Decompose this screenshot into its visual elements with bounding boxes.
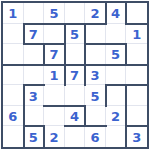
region-border-vertical (23, 84, 25, 107)
cell-r1c7[interactable] (126, 3, 147, 24)
cell-r2c5[interactable] (85, 24, 106, 45)
region-border-vertical (23, 125, 25, 148)
cell-r7c5[interactable]: 6 (85, 126, 106, 147)
given-digit: 1 (8, 7, 17, 20)
region-border-vertical (125, 43, 127, 66)
cell-r4c6[interactable] (106, 65, 127, 86)
cell-r1c6[interactable]: 4 (106, 3, 127, 24)
given-digit: 2 (111, 110, 120, 123)
given-digit: 6 (8, 110, 17, 123)
cell-r7c2[interactable]: 5 (24, 126, 45, 147)
region-border-horizontal (2, 64, 25, 66)
given-digit: 3 (132, 131, 141, 144)
region-border-horizontal (23, 23, 46, 25)
region-border-horizontal (23, 125, 46, 127)
cell-r6c4[interactable]: 4 (65, 106, 86, 127)
cell-r3c4[interactable] (65, 44, 86, 65)
given-digit: 7 (70, 68, 79, 81)
region-border-vertical (84, 105, 86, 128)
given-digit: 4 (111, 7, 120, 20)
region-border-vertical (125, 125, 127, 148)
cell-r4c5[interactable]: 3 (85, 65, 106, 86)
region-border-horizontal (23, 84, 46, 86)
cell-r4c1[interactable] (3, 65, 24, 86)
region-border-vertical (105, 84, 107, 107)
cell-r7c3[interactable]: 2 (44, 126, 65, 147)
cell-r5c2[interactable]: 3 (24, 85, 45, 106)
region-border-horizontal (125, 84, 148, 86)
region-border-vertical (43, 43, 45, 66)
region-border-horizontal (105, 84, 128, 86)
region-border-vertical (84, 23, 86, 46)
cell-r6c6[interactable]: 2 (106, 106, 127, 127)
cell-r1c5[interactable]: 2 (85, 3, 106, 24)
region-border-vertical (64, 64, 66, 87)
region-border-horizontal (105, 43, 128, 45)
cell-r1c3[interactable]: 5 (44, 3, 65, 24)
region-border-horizontal (64, 105, 87, 107)
cell-r2c4[interactable]: 5 (65, 24, 86, 45)
cell-r2c1[interactable] (3, 24, 24, 45)
given-digit: 5 (49, 7, 58, 20)
region-border-vertical (125, 105, 127, 128)
region-border-horizontal (43, 23, 66, 25)
cell-r3c2[interactable] (24, 44, 45, 65)
cell-r3c6[interactable]: 5 (106, 44, 127, 65)
cell-r3c5[interactable] (85, 44, 106, 65)
cell-r5c1[interactable] (3, 85, 24, 106)
cell-r7c4[interactable] (65, 126, 86, 147)
cell-r1c2[interactable] (24, 3, 45, 24)
region-border-horizontal (84, 43, 107, 45)
given-digit: 5 (91, 89, 100, 102)
region-border-horizontal (43, 43, 66, 45)
given-digit: 2 (91, 7, 100, 20)
cell-r4c4[interactable]: 7 (65, 65, 86, 86)
region-border-horizontal (125, 125, 148, 127)
given-digit: 3 (91, 68, 100, 81)
cell-r7c7[interactable]: 3 (126, 126, 147, 147)
puzzle-board: 152475175173356425263 (1, 1, 149, 149)
cell-r5c7[interactable] (126, 85, 147, 106)
region-border-vertical (84, 43, 86, 66)
cell-r4c2[interactable] (24, 65, 45, 86)
cell-r5c4[interactable] (65, 85, 86, 106)
cell-r2c3[interactable] (44, 24, 65, 45)
region-border-vertical (105, 2, 107, 25)
given-digit: 5 (111, 48, 120, 61)
cell-r3c1[interactable] (3, 44, 24, 65)
given-digit: 7 (29, 27, 38, 40)
region-border-horizontal (84, 125, 107, 127)
region-border-horizontal (105, 64, 128, 66)
cell-r5c5[interactable]: 5 (85, 85, 106, 106)
region-border-horizontal (23, 43, 46, 45)
cell-r1c4[interactable] (65, 3, 86, 24)
region-border-horizontal (64, 125, 87, 127)
region-border-horizontal (64, 23, 87, 25)
given-digit: 2 (49, 131, 58, 144)
cell-r5c3[interactable] (44, 85, 65, 106)
given-digit: 1 (132, 27, 141, 40)
region-border-horizontal (64, 64, 87, 66)
cell-r7c1[interactable] (3, 126, 24, 147)
cell-r2c7[interactable]: 1 (126, 24, 147, 45)
region-border-horizontal (23, 64, 46, 66)
region-border-vertical (125, 84, 127, 107)
cell-r6c3[interactable] (44, 106, 65, 127)
cell-r2c2[interactable]: 7 (24, 24, 45, 45)
cell-r3c3[interactable]: 7 (44, 44, 65, 65)
region-border-vertical (64, 43, 66, 66)
region-border-vertical (43, 125, 45, 148)
given-digit: 7 (49, 48, 58, 61)
region-border-vertical (64, 23, 66, 46)
region-border-horizontal (125, 64, 148, 66)
cell-r4c3[interactable]: 1 (44, 65, 65, 86)
cell-r5c6[interactable] (106, 85, 127, 106)
cell-r6c2[interactable] (24, 106, 45, 127)
region-border-vertical (23, 23, 25, 46)
region-border-horizontal (43, 64, 66, 66)
region-border-horizontal (125, 23, 148, 25)
cell-r4c7[interactable] (126, 65, 147, 86)
cell-r1c1[interactable]: 1 (3, 3, 24, 24)
given-digit: 4 (70, 110, 79, 123)
region-border-vertical (125, 2, 127, 25)
region-border-vertical (84, 64, 86, 87)
given-digit: 3 (29, 89, 38, 102)
given-digit: 1 (49, 68, 58, 81)
cell-r6c1[interactable]: 6 (3, 106, 24, 127)
cell-r3c7[interactable] (126, 44, 147, 65)
region-border-horizontal (84, 64, 107, 66)
cell-r6c7[interactable] (126, 106, 147, 127)
cell-r6c5[interactable] (85, 106, 106, 127)
region-border-horizontal (84, 23, 107, 25)
region-border-horizontal (43, 105, 66, 107)
region-border-vertical (23, 105, 25, 128)
given-digit: 6 (91, 131, 100, 144)
given-digit: 5 (29, 131, 38, 144)
cell-r2c6[interactable] (106, 24, 127, 45)
cell-r7c6[interactable] (106, 126, 127, 147)
given-digit: 5 (70, 27, 79, 40)
